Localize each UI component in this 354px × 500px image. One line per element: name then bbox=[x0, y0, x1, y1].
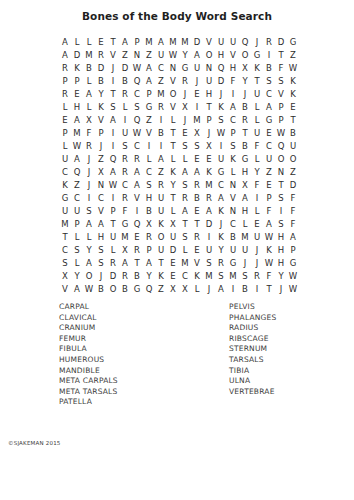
grid-cell: K bbox=[251, 62, 263, 75]
grid-cell: L bbox=[167, 205, 179, 218]
grid-cell: N bbox=[95, 179, 107, 192]
grid-cell: B bbox=[143, 205, 155, 218]
grid-cell: A bbox=[179, 205, 191, 218]
grid-cell: Z bbox=[155, 75, 167, 88]
grid-cell: A bbox=[95, 218, 107, 231]
grid-cell: J bbox=[275, 283, 287, 296]
grid-cell: J bbox=[179, 114, 191, 127]
grid-cell: H bbox=[239, 205, 251, 218]
word-item: TIBIA bbox=[229, 366, 277, 377]
grid-cell: U bbox=[251, 231, 263, 244]
grid-cell: U bbox=[227, 244, 239, 257]
grid-cell: K bbox=[167, 166, 179, 179]
grid-cell: L bbox=[83, 36, 95, 49]
grid-cell: P bbox=[59, 75, 71, 88]
worksheet-page: Bones of the Body Word Search ALLETAPMAM… bbox=[0, 0, 354, 500]
grid-cell: T bbox=[107, 88, 119, 101]
grid-cell: F bbox=[287, 192, 299, 205]
grid-cell: L bbox=[179, 153, 191, 166]
grid-cell: U bbox=[155, 244, 167, 257]
grid-cell: A bbox=[119, 36, 131, 49]
grid-cell: W bbox=[287, 62, 299, 75]
grid-cell: E bbox=[131, 231, 143, 244]
grid-cell: C bbox=[227, 114, 239, 127]
grid-cell: X bbox=[239, 62, 251, 75]
grid-cell: T bbox=[263, 283, 275, 296]
grid-cell: I bbox=[119, 114, 131, 127]
word-item: CARPAL bbox=[59, 302, 118, 313]
grid-cell: J bbox=[215, 88, 227, 101]
grid-cell: G bbox=[287, 36, 299, 49]
grid-cell: N bbox=[131, 49, 143, 62]
grid-cell: I bbox=[251, 192, 263, 205]
grid-cell: L bbox=[59, 101, 71, 114]
grid-cell: O bbox=[239, 49, 251, 62]
grid-cell: R bbox=[95, 49, 107, 62]
grid-cell: C bbox=[59, 166, 71, 179]
grid-cell: L bbox=[239, 218, 251, 231]
grid-cell: T bbox=[203, 101, 215, 114]
grid-cell: B bbox=[155, 127, 167, 140]
grid-cell: P bbox=[143, 244, 155, 257]
grid-cell: R bbox=[155, 179, 167, 192]
grid-cell: Q bbox=[275, 140, 287, 153]
grid-cell: F bbox=[287, 205, 299, 218]
grid-cell: D bbox=[95, 62, 107, 75]
grid-cell: G bbox=[59, 192, 71, 205]
grid-cell: Q bbox=[131, 75, 143, 88]
grid-cell: I bbox=[155, 114, 167, 127]
grid-cell: E bbox=[191, 244, 203, 257]
grid-cell: J bbox=[83, 153, 95, 166]
grid-cell: A bbox=[263, 101, 275, 114]
grid-cell: A bbox=[227, 101, 239, 114]
grid-cell: S bbox=[179, 179, 191, 192]
grid-cell: U bbox=[59, 205, 71, 218]
grid-cell: C bbox=[263, 140, 275, 153]
grid-cell: E bbox=[263, 179, 275, 192]
grid-cell: X bbox=[203, 140, 215, 153]
grid-cell: C bbox=[131, 88, 143, 101]
grid-cell: H bbox=[239, 166, 251, 179]
grid-cell: H bbox=[227, 62, 239, 75]
grid-cell: Y bbox=[83, 244, 95, 257]
grid-cell: O bbox=[203, 49, 215, 62]
grid-cell: U bbox=[215, 153, 227, 166]
grid-cell: U bbox=[263, 153, 275, 166]
grid-cell: A bbox=[59, 49, 71, 62]
grid-cell: A bbox=[215, 192, 227, 205]
grid-cell: A bbox=[179, 166, 191, 179]
grid-cell: E bbox=[203, 153, 215, 166]
grid-cell: R bbox=[83, 140, 95, 153]
grid-cell: B bbox=[131, 270, 143, 283]
grid-cell: J bbox=[179, 88, 191, 101]
grid-cell: R bbox=[239, 114, 251, 127]
grid-cell: C bbox=[227, 218, 239, 231]
grid-cell: T bbox=[107, 218, 119, 231]
grid-cell: S bbox=[71, 244, 83, 257]
grid-cell: S bbox=[263, 75, 275, 88]
grid-cell: U bbox=[167, 231, 179, 244]
grid-cell: S bbox=[131, 101, 143, 114]
grid-cell: V bbox=[131, 192, 143, 205]
grid-cell: D bbox=[119, 62, 131, 75]
grid-cell: V bbox=[167, 101, 179, 114]
grid-cell: X bbox=[119, 244, 131, 257]
grid-cell: Y bbox=[275, 270, 287, 283]
grid-cell: Y bbox=[71, 270, 83, 283]
grid-cell: K bbox=[95, 101, 107, 114]
grid-cell: A bbox=[203, 205, 215, 218]
grid-cell: A bbox=[143, 62, 155, 75]
grid-cell: Z bbox=[155, 283, 167, 296]
grid-cell: F bbox=[287, 218, 299, 231]
grid-cell: M bbox=[191, 114, 203, 127]
grid-cell: P bbox=[131, 36, 143, 49]
grid-cell: R bbox=[59, 88, 71, 101]
grid-cell: U bbox=[215, 36, 227, 49]
grid-cell: M bbox=[59, 218, 71, 231]
word-item: ULNA bbox=[229, 376, 277, 387]
grid-cell: R bbox=[215, 257, 227, 270]
grid-cell: A bbox=[71, 153, 83, 166]
grid-cell: R bbox=[143, 231, 155, 244]
grid-cell: U bbox=[155, 49, 167, 62]
grid-cell: M bbox=[143, 36, 155, 49]
grid-cell: W bbox=[263, 257, 275, 270]
grid-cell: U bbox=[71, 205, 83, 218]
grid-cell: P bbox=[71, 75, 83, 88]
grid-cell: R bbox=[131, 153, 143, 166]
grid-cell: K bbox=[155, 270, 167, 283]
grid-cell: K bbox=[59, 179, 71, 192]
grid-cell: T bbox=[287, 114, 299, 127]
grid-cell: V bbox=[107, 49, 119, 62]
grid-cell: F bbox=[251, 140, 263, 153]
grid-cell: V bbox=[203, 36, 215, 49]
grid-cell: E bbox=[191, 205, 203, 218]
grid-cell: C bbox=[215, 179, 227, 192]
grid-cell: I bbox=[275, 205, 287, 218]
grid-cell: Z bbox=[95, 153, 107, 166]
grid-cell: Y bbox=[95, 88, 107, 101]
grid-cell: D bbox=[275, 36, 287, 49]
grid-cell: L bbox=[251, 101, 263, 114]
grid-cell: B bbox=[239, 101, 251, 114]
grid-cell: A bbox=[155, 36, 167, 49]
grid-cell: R bbox=[191, 231, 203, 244]
grid-cell: U bbox=[227, 36, 239, 49]
grid-cell: V bbox=[95, 114, 107, 127]
grid-cell: D bbox=[215, 75, 227, 88]
grid-cell: O bbox=[155, 231, 167, 244]
grid-cell: E bbox=[191, 88, 203, 101]
grid-cell: S bbox=[95, 244, 107, 257]
grid-cell: W bbox=[107, 179, 119, 192]
grid-cell: A bbox=[263, 218, 275, 231]
grid-cell: W bbox=[131, 62, 143, 75]
grid-cell: S bbox=[203, 257, 215, 270]
grid-cell: X bbox=[83, 114, 95, 127]
grid-cell: T bbox=[107, 36, 119, 49]
grid-cell: F bbox=[275, 62, 287, 75]
word-item: FIBULA bbox=[59, 344, 118, 355]
grid-cell: L bbox=[179, 244, 191, 257]
grid-cell: J bbox=[251, 244, 263, 257]
grid-cell: S bbox=[215, 114, 227, 127]
grid-cell: R bbox=[131, 244, 143, 257]
grid-cell: S bbox=[179, 231, 191, 244]
grid-cell: C bbox=[131, 140, 143, 153]
grid-cell: L bbox=[71, 231, 83, 244]
grid-cell: R bbox=[107, 257, 119, 270]
grid-cell: W bbox=[71, 140, 83, 153]
grid-cell: I bbox=[215, 140, 227, 153]
grid-cell: Y bbox=[179, 49, 191, 62]
grid-cell: K bbox=[191, 270, 203, 283]
grid-cell: E bbox=[191, 153, 203, 166]
grid-cell: X bbox=[179, 101, 191, 114]
grid-cell: U bbox=[251, 127, 263, 140]
grid-cell: M bbox=[203, 179, 215, 192]
grid-cell: Q bbox=[215, 62, 227, 75]
grid-cell: E bbox=[167, 270, 179, 283]
grid-cell: U bbox=[203, 75, 215, 88]
grid-cell: Q bbox=[131, 114, 143, 127]
grid-cell: R bbox=[179, 75, 191, 88]
grid-cell: I bbox=[155, 140, 167, 153]
grid-cell: L bbox=[83, 75, 95, 88]
grid-cell: T bbox=[239, 127, 251, 140]
word-item: META TARSALS bbox=[59, 387, 118, 398]
grid-cell: E bbox=[59, 114, 71, 127]
grid-cell: X bbox=[95, 166, 107, 179]
grid-cell: L bbox=[83, 101, 95, 114]
word-item: VERTEBRAE bbox=[229, 387, 277, 398]
grid-cell: A bbox=[107, 166, 119, 179]
grid-cell: D bbox=[287, 179, 299, 192]
grid-cell: U bbox=[59, 153, 71, 166]
grid-cell: L bbox=[83, 231, 95, 244]
grid-cell: X bbox=[239, 179, 251, 192]
grid-cell: Y bbox=[215, 244, 227, 257]
grid-cell: Q bbox=[71, 166, 83, 179]
grid-cell: U bbox=[155, 205, 167, 218]
grid-cell: T bbox=[167, 127, 179, 140]
grid-cell: R bbox=[59, 62, 71, 75]
grid-cell: Z bbox=[287, 166, 299, 179]
grid-cell: J bbox=[239, 88, 251, 101]
word-list-left: CARPALCLAVICALCRANIUMFEMURFIBULAHUMEROUS… bbox=[59, 302, 118, 408]
grid-cell: T bbox=[191, 218, 203, 231]
grid-cell: I bbox=[107, 75, 119, 88]
grid-cell: I bbox=[143, 140, 155, 153]
grid-cell: V bbox=[191, 257, 203, 270]
grid-cell: H bbox=[71, 101, 83, 114]
grid-cell: A bbox=[71, 114, 83, 127]
grid-cell: I bbox=[251, 283, 263, 296]
grid-cell: P bbox=[287, 244, 299, 257]
grid-cell: R bbox=[155, 101, 167, 114]
grid-cell: V bbox=[59, 283, 71, 296]
grid-cell: W bbox=[263, 231, 275, 244]
grid-cell: H bbox=[275, 244, 287, 257]
word-search-grid: ALLETAPMAMMDVUUQJRDGADMRVZNZUWYAOHVOGITZ… bbox=[59, 36, 299, 296]
grid-cell: L bbox=[191, 283, 203, 296]
grid-cell: G bbox=[215, 166, 227, 179]
grid-cell: V bbox=[227, 49, 239, 62]
grid-cell: P bbox=[263, 192, 275, 205]
grid-cell: A bbox=[131, 166, 143, 179]
grid-cell: P bbox=[275, 114, 287, 127]
grid-cell: B bbox=[191, 192, 203, 205]
grid-cell: J bbox=[95, 270, 107, 283]
word-item: CLAVICAL bbox=[59, 313, 118, 324]
grid-cell: Y bbox=[167, 179, 179, 192]
grid-cell: K bbox=[263, 244, 275, 257]
grid-cell: L bbox=[71, 36, 83, 49]
grid-cell: V bbox=[227, 192, 239, 205]
grid-cell: E bbox=[251, 218, 263, 231]
grid-cell: I bbox=[263, 49, 275, 62]
grid-cell: Q bbox=[239, 36, 251, 49]
grid-cell: L bbox=[251, 205, 263, 218]
grid-cell: A bbox=[59, 36, 71, 49]
grid-cell: J bbox=[203, 283, 215, 296]
grid-cell: O bbox=[83, 270, 95, 283]
grid-cell: N bbox=[227, 205, 239, 218]
grid-cell: L bbox=[251, 153, 263, 166]
grid-cell: T bbox=[275, 49, 287, 62]
grid-cell: K bbox=[287, 88, 299, 101]
grid-cell: L bbox=[251, 114, 263, 127]
grid-cell: E bbox=[179, 127, 191, 140]
grid-cell: C bbox=[59, 244, 71, 257]
grid-cell: B bbox=[95, 283, 107, 296]
grid-cell: S bbox=[179, 140, 191, 153]
grid-cell: D bbox=[71, 49, 83, 62]
word-item: PATELLA bbox=[59, 397, 118, 408]
grid-cell: B bbox=[95, 75, 107, 88]
word-item: STERNUM bbox=[229, 344, 277, 355]
grid-cell: J bbox=[239, 257, 251, 270]
grid-cell: L bbox=[167, 153, 179, 166]
grid-cell: P bbox=[59, 127, 71, 140]
grid-cell: A bbox=[191, 166, 203, 179]
grid-cell: G bbox=[287, 257, 299, 270]
grid-cell: L bbox=[119, 101, 131, 114]
grid-cell: A bbox=[83, 88, 95, 101]
grid-cell: R bbox=[119, 153, 131, 166]
grid-cell: Y bbox=[239, 75, 251, 88]
grid-cell: I bbox=[191, 101, 203, 114]
grid-cell: F bbox=[119, 205, 131, 218]
grid-cell: C bbox=[71, 192, 83, 205]
grid-cell: H bbox=[203, 88, 215, 101]
grid-cell: S bbox=[83, 205, 95, 218]
grid-cell: A bbox=[119, 257, 131, 270]
grid-cell: N bbox=[275, 166, 287, 179]
grid-cell: Z bbox=[71, 179, 83, 192]
grid-cell: K bbox=[215, 101, 227, 114]
grid-cell: K bbox=[215, 205, 227, 218]
grid-cell: A bbox=[239, 192, 251, 205]
grid-cell: O bbox=[287, 153, 299, 166]
grid-cell: Z bbox=[287, 49, 299, 62]
grid-cell: L bbox=[107, 244, 119, 257]
grid-cell: A bbox=[155, 153, 167, 166]
grid-cell: A bbox=[83, 257, 95, 270]
grid-cell: E bbox=[95, 36, 107, 49]
grid-cell: I bbox=[131, 205, 143, 218]
grid-cell: A bbox=[191, 49, 203, 62]
grid-cell: I bbox=[227, 88, 239, 101]
grid-cell: L bbox=[59, 140, 71, 153]
word-item: CRANIUM bbox=[59, 323, 118, 334]
grid-cell: S bbox=[143, 179, 155, 192]
grid-cell: X bbox=[167, 283, 179, 296]
word-item: TARSALS bbox=[229, 355, 277, 366]
grid-cell: H bbox=[143, 192, 155, 205]
grid-cell: U bbox=[287, 140, 299, 153]
word-item: PHALANGES bbox=[229, 313, 277, 324]
grid-cell: B bbox=[287, 127, 299, 140]
grid-cell: C bbox=[95, 192, 107, 205]
grid-cell: T bbox=[275, 179, 287, 192]
grid-cell: G bbox=[263, 114, 275, 127]
grid-cell: S bbox=[191, 140, 203, 153]
grid-cell: I bbox=[203, 231, 215, 244]
grid-cell: P bbox=[95, 127, 107, 140]
grid-cell: U bbox=[203, 244, 215, 257]
word-item: META CARPALS bbox=[59, 376, 118, 387]
grid-cell: M bbox=[119, 231, 131, 244]
page-title: Bones of the Body Word Search bbox=[0, 10, 354, 22]
grid-cell: J bbox=[251, 36, 263, 49]
grid-cell: G bbox=[227, 257, 239, 270]
grid-cell: E bbox=[71, 88, 83, 101]
grid-cell: K bbox=[227, 153, 239, 166]
grid-cell: B bbox=[239, 283, 251, 296]
grid-cell: S bbox=[95, 257, 107, 270]
grid-cell: B bbox=[119, 75, 131, 88]
grid-cell: S bbox=[275, 218, 287, 231]
grid-cell: L bbox=[227, 166, 239, 179]
grid-cell: T bbox=[179, 218, 191, 231]
grid-cell: W bbox=[167, 49, 179, 62]
grid-cell: E bbox=[287, 101, 299, 114]
grid-cell: X bbox=[191, 127, 203, 140]
grid-cell: X bbox=[59, 270, 71, 283]
grid-cell: A bbox=[287, 231, 299, 244]
grid-cell: U bbox=[119, 127, 131, 140]
grid-cell: D bbox=[203, 218, 215, 231]
grid-cell: S bbox=[215, 270, 227, 283]
grid-cell: L bbox=[143, 153, 155, 166]
grid-cell: U bbox=[251, 88, 263, 101]
grid-cell: V bbox=[143, 127, 155, 140]
grid-cell: F bbox=[227, 75, 239, 88]
word-item: FEMUR bbox=[59, 334, 118, 345]
grid-cell: V bbox=[95, 205, 107, 218]
grid-cell: I bbox=[107, 140, 119, 153]
grid-cell: D bbox=[167, 244, 179, 257]
grid-cell: Z bbox=[143, 49, 155, 62]
grid-cell: A bbox=[107, 114, 119, 127]
grid-cell: K bbox=[287, 75, 299, 88]
grid-cell: V bbox=[275, 88, 287, 101]
